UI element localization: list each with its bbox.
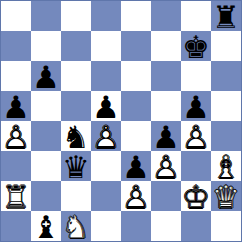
square-f2[interactable]	[151, 181, 181, 211]
square-d8[interactable]	[91, 1, 121, 31]
piece-black-king[interactable]: ♚	[181, 32, 211, 62]
square-a5[interactable]: ♟	[1, 91, 31, 121]
square-e7[interactable]	[121, 31, 151, 61]
piece-white-knight-outline: ♘	[61, 212, 91, 242]
piece-white-pawn-outline: ♙	[181, 122, 211, 152]
square-b7[interactable]	[31, 31, 61, 61]
piece-white-bishop[interactable]: ♝	[211, 152, 241, 182]
square-h4[interactable]	[211, 121, 241, 151]
square-a2[interactable]: ♜♖	[1, 181, 31, 211]
square-d3[interactable]	[91, 151, 121, 181]
square-e3[interactable]: ♟	[121, 151, 151, 181]
piece-white-rook[interactable]: ♜	[1, 182, 31, 212]
square-h2[interactable]: ♛♕	[211, 181, 241, 211]
square-b4[interactable]	[31, 121, 61, 151]
square-c2[interactable]	[61, 181, 91, 211]
piece-black-rook[interactable]: ♜	[211, 2, 241, 32]
piece-white-pawn-outline: ♙	[121, 182, 151, 212]
square-e4[interactable]	[121, 121, 151, 151]
square-a6[interactable]	[1, 61, 31, 91]
square-d5[interactable]: ♟	[91, 91, 121, 121]
square-g2[interactable]: ♚♔	[181, 181, 211, 211]
piece-white-king-outline: ♔	[181, 182, 211, 212]
square-b1[interactable]: ♝	[31, 211, 61, 241]
square-c7[interactable]	[61, 31, 91, 61]
square-c3[interactable]: ♛	[61, 151, 91, 181]
piece-white-pawn-outline: ♙	[91, 122, 121, 152]
square-c6[interactable]	[61, 61, 91, 91]
square-d7[interactable]	[91, 31, 121, 61]
square-e5[interactable]	[121, 91, 151, 121]
square-c5[interactable]	[61, 91, 91, 121]
square-a4[interactable]: ♟♙	[1, 121, 31, 151]
square-a8[interactable]	[1, 1, 31, 31]
square-d2[interactable]	[91, 181, 121, 211]
square-h1[interactable]	[211, 211, 241, 241]
square-b8[interactable]	[31, 1, 61, 31]
square-f6[interactable]	[151, 61, 181, 91]
square-g7[interactable]: ♚	[181, 31, 211, 61]
piece-white-king[interactable]: ♚	[181, 182, 211, 212]
piece-white-rook-outline: ♖	[1, 182, 31, 212]
square-f8[interactable]	[151, 1, 181, 31]
square-f3[interactable]: ♟♙	[151, 151, 181, 181]
piece-black-pawn[interactable]: ♟	[31, 62, 61, 92]
piece-black-pawn[interactable]: ♟	[1, 92, 31, 122]
square-f5[interactable]	[151, 91, 181, 121]
piece-white-pawn[interactable]: ♟	[121, 182, 151, 212]
square-h5[interactable]	[211, 91, 241, 121]
piece-white-pawn-outline: ♙	[1, 122, 31, 152]
square-b3[interactable]	[31, 151, 61, 181]
piece-black-pawn[interactable]: ♟	[121, 152, 151, 182]
square-g3[interactable]	[181, 151, 211, 181]
square-h3[interactable]: ♝♗	[211, 151, 241, 181]
piece-white-queen-outline: ♕	[211, 182, 241, 212]
square-d4[interactable]: ♟♙	[91, 121, 121, 151]
square-h8[interactable]: ♜	[211, 1, 241, 31]
piece-black-pawn[interactable]: ♟	[151, 122, 181, 152]
piece-black-knight[interactable]: ♞	[61, 122, 91, 152]
square-g6[interactable]	[181, 61, 211, 91]
square-c1[interactable]: ♞♘	[61, 211, 91, 241]
square-f7[interactable]	[151, 31, 181, 61]
piece-black-queen[interactable]: ♛	[61, 152, 91, 182]
square-a7[interactable]	[1, 31, 31, 61]
square-c8[interactable]	[61, 1, 91, 31]
square-b5[interactable]	[31, 91, 61, 121]
square-g1[interactable]	[181, 211, 211, 241]
square-f4[interactable]: ♟	[151, 121, 181, 151]
square-h7[interactable]	[211, 31, 241, 61]
piece-white-pawn[interactable]: ♟	[1, 122, 31, 152]
square-e2[interactable]: ♟♙	[121, 181, 151, 211]
piece-white-pawn[interactable]: ♟	[181, 122, 211, 152]
piece-white-queen[interactable]: ♛	[211, 182, 241, 212]
square-f1[interactable]	[151, 211, 181, 241]
piece-black-bishop[interactable]: ♝	[31, 212, 61, 242]
square-a3[interactable]	[1, 151, 31, 181]
square-c4[interactable]: ♞	[61, 121, 91, 151]
square-g4[interactable]: ♟♙	[181, 121, 211, 151]
square-e1[interactable]	[121, 211, 151, 241]
square-h6[interactable]	[211, 61, 241, 91]
square-b6[interactable]: ♟	[31, 61, 61, 91]
square-a1[interactable]	[1, 211, 31, 241]
square-e8[interactable]	[121, 1, 151, 31]
piece-white-bishop-outline: ♗	[211, 152, 241, 182]
square-d6[interactable]	[91, 61, 121, 91]
piece-white-pawn-outline: ♙	[151, 152, 181, 182]
chess-board: ♜♚♟♟♟♟♟♙♞♟♙♟♟♙♛♟♟♙♝♗♜♖♟♙♚♔♛♕♝♞♘	[0, 0, 242, 242]
piece-white-pawn[interactable]: ♟	[151, 152, 181, 182]
square-e6[interactable]	[121, 61, 151, 91]
piece-black-pawn[interactable]: ♟	[181, 92, 211, 122]
piece-black-pawn[interactable]: ♟	[91, 92, 121, 122]
piece-white-pawn[interactable]: ♟	[91, 122, 121, 152]
square-g8[interactable]	[181, 1, 211, 31]
square-b2[interactable]	[31, 181, 61, 211]
piece-white-knight[interactable]: ♞	[61, 212, 91, 242]
square-g5[interactable]: ♟	[181, 91, 211, 121]
square-d1[interactable]	[91, 211, 121, 241]
